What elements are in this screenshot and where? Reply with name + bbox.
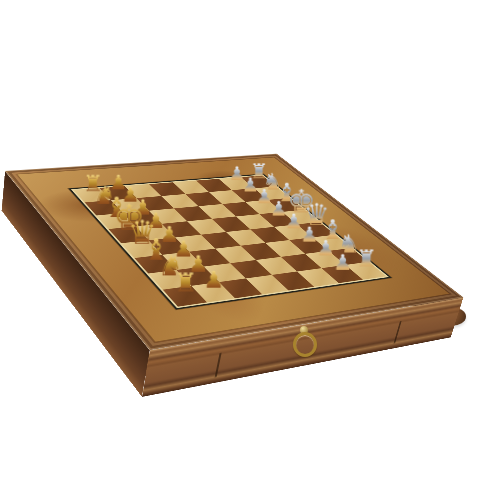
drawer-ring-pull[interactable] (292, 326, 316, 360)
drawer-seam-left (215, 352, 222, 378)
drawer-seam-right (394, 321, 402, 344)
piece-white-rook[interactable]: ♜ (162, 270, 208, 296)
ring-pull-loop (293, 332, 317, 357)
piece-black-pawn[interactable]: ♟ (321, 252, 362, 274)
chess-set-photo: ♜♟♞♟♝♟♚♟♛♟♝♟♟♞♜♟♟♜♞♟♟♝♟♚♟♛♟♝♟♞♟♜ (0, 0, 480, 480)
chess-cabinet: ♜♟♞♟♝♟♚♟♛♟♝♟♟♞♜♟♟♜♞♟♟♝♟♚♟♛♟♝♟♞♟♜ (5, 154, 463, 351)
